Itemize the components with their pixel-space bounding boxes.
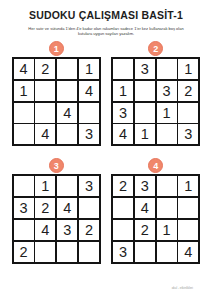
sudoku-cell-given-r4c2: 1 <box>135 124 155 144</box>
sudoku-cell-empty-r2c4[interactable] <box>178 198 198 218</box>
sudoku-cell-given-r3c3: 4 <box>57 103 77 123</box>
sudoku-cell-empty-r4c3[interactable] <box>57 242 77 262</box>
sudoku-cell-empty-r2c2[interactable] <box>35 81 55 101</box>
sudoku-cell-given-r3c4: 2 <box>79 220 99 240</box>
sudoku-cell-given-r4c4: 3 <box>79 124 99 144</box>
sudoku-cell-given-r4c1: 2 <box>14 242 34 262</box>
worksheet-page: SUDOKU ÇALIŞMASI BASİT-1 Her satır ve sü… <box>0 0 212 300</box>
puzzle-grid-area: 1 42114443 2 3113231413 3 133244322 4 23… <box>0 41 212 264</box>
sudoku-cell-given-r2c3: 4 <box>57 198 77 218</box>
page-title: SUDOKU ÇALIŞMASI BASİT-1 <box>0 0 212 21</box>
sudoku-cell-given-r2c2: 4 <box>135 198 155 218</box>
sudoku-cell-empty-r4c2[interactable] <box>35 242 55 262</box>
sudoku-cell-given-r1c2: 1 <box>35 176 55 196</box>
sudoku-cell-empty-r1c1[interactable] <box>113 59 133 79</box>
sudoku-cell-given-r3c1: 3 <box>113 103 133 123</box>
puzzle-number-badge: 2 <box>148 41 163 56</box>
sudoku-cell-empty-r3c4[interactable] <box>178 103 198 123</box>
sudoku-cell-empty-r1c3[interactable] <box>157 176 177 196</box>
worksheet-credit: okul - etkinlikleri <box>172 287 193 290</box>
puzzle-number-badge: 1 <box>49 41 64 56</box>
sudoku-cell-empty-r1c3[interactable] <box>57 176 77 196</box>
sudoku-cell-given-r3c3: 1 <box>157 220 177 240</box>
sudoku-board-1: 42114443 <box>12 57 101 146</box>
sudoku-cell-empty-r2c2[interactable] <box>135 81 155 101</box>
sudoku-cell-empty-r3c2[interactable] <box>135 103 155 123</box>
puzzle-1: 1 42114443 <box>12 41 101 146</box>
sudoku-cell-given-r1c4: 3 <box>79 176 99 196</box>
sudoku-cell-given-r2c1: 3 <box>14 198 34 218</box>
sudoku-cell-given-r3c3: 3 <box>57 220 77 240</box>
sudoku-board-2: 3113231413 <box>111 57 200 146</box>
sudoku-cell-given-r1c4: 1 <box>79 59 99 79</box>
sudoku-cell-given-r1c4: 1 <box>178 59 198 79</box>
sudoku-cell-given-r4c4: 4 <box>178 242 198 262</box>
sudoku-cell-given-r1c1: 4 <box>14 59 34 79</box>
sudoku-cell-empty-r4c3[interactable] <box>157 242 177 262</box>
puzzle-3: 3 133244322 <box>12 158 101 263</box>
sudoku-cell-given-r4c1: 4 <box>113 124 133 144</box>
sudoku-cell-empty-r3c2[interactable] <box>35 103 55 123</box>
sudoku-cell-empty-r3c1[interactable] <box>14 103 34 123</box>
sudoku-cell-given-r2c4: 2 <box>178 81 198 101</box>
sudoku-board-3: 133244322 <box>12 174 101 263</box>
puzzle-2: 2 3113231413 <box>111 41 200 146</box>
sudoku-cell-given-r4c1: 3 <box>113 242 133 262</box>
instructions: Her satır ve sütunda 1'den 4'e kadar ola… <box>10 26 202 36</box>
sudoku-cell-given-r3c2: 2 <box>135 220 155 240</box>
sudoku-cell-empty-r3c4[interactable] <box>79 103 99 123</box>
sudoku-board-4: 23142134 <box>111 174 200 263</box>
sudoku-cell-empty-r4c3[interactable] <box>57 124 77 144</box>
sudoku-cell-empty-r1c1[interactable] <box>14 176 34 196</box>
sudoku-cell-given-r2c4: 4 <box>79 81 99 101</box>
sudoku-cell-empty-r4c4[interactable] <box>79 242 99 262</box>
sudoku-cell-given-r2c2: 2 <box>35 198 55 218</box>
puzzle-number-badge: 3 <box>49 158 64 173</box>
sudoku-cell-given-r1c1: 2 <box>113 176 133 196</box>
sudoku-cell-given-r4c4: 3 <box>178 124 198 144</box>
sudoku-cell-empty-r2c4[interactable] <box>79 198 99 218</box>
sudoku-cell-given-r3c2: 4 <box>35 220 55 240</box>
sudoku-cell-given-r4c2: 4 <box>35 124 55 144</box>
sudoku-cell-empty-r2c3[interactable] <box>157 198 177 218</box>
puzzle-number-badge: 4 <box>148 158 163 173</box>
puzzle-4: 4 23142134 <box>111 158 200 263</box>
sudoku-cell-given-r2c3: 3 <box>157 81 177 101</box>
sudoku-cell-given-r1c4: 1 <box>178 176 198 196</box>
sudoku-cell-empty-r2c1[interactable] <box>113 198 133 218</box>
sudoku-cell-empty-r1c3[interactable] <box>57 59 77 79</box>
sudoku-cell-empty-r4c2[interactable] <box>135 242 155 262</box>
sudoku-cell-empty-r3c1[interactable] <box>113 220 133 240</box>
sudoku-cell-given-r2c1: 1 <box>14 81 34 101</box>
instructions-line-2: kutulara uygun sayıları yazalım. <box>10 31 202 36</box>
sudoku-cell-given-r1c2: 3 <box>135 59 155 79</box>
sudoku-cell-given-r1c2: 2 <box>35 59 55 79</box>
sudoku-cell-empty-r4c1[interactable] <box>14 124 34 144</box>
sudoku-cell-empty-r3c4[interactable] <box>178 220 198 240</box>
sudoku-cell-given-r3c3: 1 <box>157 103 177 123</box>
sudoku-cell-empty-r3c1[interactable] <box>14 220 34 240</box>
sudoku-cell-given-r2c1: 1 <box>113 81 133 101</box>
sudoku-cell-empty-r1c3[interactable] <box>157 59 177 79</box>
sudoku-cell-empty-r4c3[interactable] <box>157 124 177 144</box>
sudoku-cell-given-r1c2: 3 <box>135 176 155 196</box>
sudoku-cell-empty-r2c3[interactable] <box>57 81 77 101</box>
